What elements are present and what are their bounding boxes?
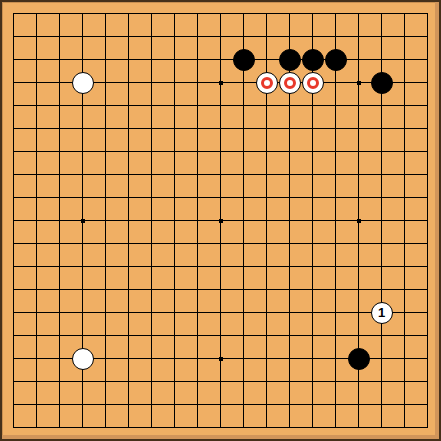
intersection [232, 186, 255, 209]
intersection [209, 2, 232, 25]
intersection [140, 232, 163, 255]
intersection [71, 163, 94, 186]
intersection [324, 163, 347, 186]
intersection [25, 140, 48, 163]
intersection [209, 186, 232, 209]
intersection [278, 186, 301, 209]
white-stone: 1 [371, 302, 393, 324]
intersection [324, 140, 347, 163]
intersection [278, 94, 301, 117]
white-stone [72, 348, 94, 370]
intersection [393, 232, 416, 255]
intersection [186, 232, 209, 255]
white-stone [256, 72, 278, 94]
intersection [278, 140, 301, 163]
intersection [209, 324, 232, 347]
intersection [393, 324, 416, 347]
intersection [186, 370, 209, 393]
intersection [140, 94, 163, 117]
intersection [232, 416, 255, 439]
circle-marker [307, 77, 319, 89]
intersection [209, 255, 232, 278]
intersection [255, 140, 278, 163]
intersection [301, 324, 324, 347]
intersection [232, 301, 255, 324]
intersection [393, 71, 416, 94]
intersection [347, 370, 370, 393]
intersection [209, 232, 232, 255]
star-point [357, 81, 361, 85]
intersection [324, 94, 347, 117]
intersection [186, 71, 209, 94]
intersection [25, 25, 48, 48]
intersection [232, 163, 255, 186]
intersection [393, 393, 416, 416]
intersection [94, 324, 117, 347]
intersection [301, 140, 324, 163]
intersection [140, 209, 163, 232]
intersection [48, 416, 71, 439]
intersection [278, 209, 301, 232]
intersection [71, 117, 94, 140]
intersection [278, 255, 301, 278]
black-stone [371, 72, 393, 94]
intersection [347, 2, 370, 25]
intersection [71, 94, 94, 117]
intersection [2, 48, 25, 71]
intersection [2, 94, 25, 117]
intersection [255, 2, 278, 25]
intersection [370, 232, 393, 255]
intersection [2, 347, 25, 370]
intersection [25, 370, 48, 393]
intersection [232, 278, 255, 301]
intersection [163, 416, 186, 439]
intersection [370, 186, 393, 209]
intersection [301, 347, 324, 370]
intersection [255, 94, 278, 117]
intersection [2, 301, 25, 324]
intersection [48, 301, 71, 324]
intersection [163, 94, 186, 117]
intersection [209, 416, 232, 439]
intersection [347, 255, 370, 278]
intersection [347, 416, 370, 439]
intersection [347, 117, 370, 140]
intersection [370, 324, 393, 347]
intersection [117, 232, 140, 255]
intersection [117, 255, 140, 278]
intersection [347, 393, 370, 416]
intersection [2, 25, 25, 48]
intersection [25, 186, 48, 209]
intersection [301, 25, 324, 48]
intersection [48, 209, 71, 232]
intersection [2, 71, 25, 94]
intersection [94, 2, 117, 25]
intersection [324, 255, 347, 278]
intersection [393, 163, 416, 186]
intersection [301, 416, 324, 439]
intersection [278, 393, 301, 416]
intersection [393, 416, 416, 439]
intersection [163, 163, 186, 186]
intersection [25, 71, 48, 94]
intersection [163, 324, 186, 347]
intersection [25, 163, 48, 186]
intersection [48, 71, 71, 94]
intersection [117, 278, 140, 301]
intersection [2, 324, 25, 347]
intersection [140, 71, 163, 94]
intersection [117, 94, 140, 117]
intersection [416, 255, 439, 278]
intersection [48, 370, 71, 393]
intersection [278, 25, 301, 48]
intersection [25, 2, 48, 25]
intersection [232, 393, 255, 416]
intersection [324, 324, 347, 347]
intersection [2, 255, 25, 278]
intersection [301, 2, 324, 25]
intersection [416, 94, 439, 117]
intersection [186, 48, 209, 71]
intersection [324, 393, 347, 416]
intersection [370, 25, 393, 48]
intersection [255, 278, 278, 301]
board-grid: 1 [2, 2, 439, 439]
intersection [2, 393, 25, 416]
intersection [48, 163, 71, 186]
intersection [416, 140, 439, 163]
intersection [324, 209, 347, 232]
intersection [255, 301, 278, 324]
intersection [186, 393, 209, 416]
intersection [25, 209, 48, 232]
intersection [25, 301, 48, 324]
intersection [232, 94, 255, 117]
star-point [357, 219, 361, 223]
circle-marker [261, 77, 273, 89]
star-point [219, 219, 223, 223]
intersection [416, 48, 439, 71]
black-stone [233, 49, 255, 71]
intersection [94, 209, 117, 232]
intersection [186, 347, 209, 370]
intersection [209, 48, 232, 71]
intersection [393, 140, 416, 163]
black-stone [279, 49, 301, 71]
intersection [186, 301, 209, 324]
intersection [278, 278, 301, 301]
intersection [393, 370, 416, 393]
intersection [2, 278, 25, 301]
intersection [416, 301, 439, 324]
intersection [324, 278, 347, 301]
star-point [219, 357, 223, 361]
intersection [71, 278, 94, 301]
intersection [393, 186, 416, 209]
intersection [71, 232, 94, 255]
intersection [140, 255, 163, 278]
intersection [163, 48, 186, 71]
intersection [416, 25, 439, 48]
intersection [48, 347, 71, 370]
intersection [278, 232, 301, 255]
intersection [232, 140, 255, 163]
intersection [94, 278, 117, 301]
intersection [255, 347, 278, 370]
intersection [209, 393, 232, 416]
intersection [48, 48, 71, 71]
intersection [370, 163, 393, 186]
intersection [163, 209, 186, 232]
intersection [255, 209, 278, 232]
intersection [117, 186, 140, 209]
intersection [48, 25, 71, 48]
intersection [186, 2, 209, 25]
intersection [140, 186, 163, 209]
intersection [2, 416, 25, 439]
intersection [48, 2, 71, 25]
intersection [140, 48, 163, 71]
intersection [301, 117, 324, 140]
intersection [416, 370, 439, 393]
star-point [219, 81, 223, 85]
intersection [117, 416, 140, 439]
intersection [117, 347, 140, 370]
intersection [393, 278, 416, 301]
intersection [324, 370, 347, 393]
intersection [117, 48, 140, 71]
intersection [163, 117, 186, 140]
intersection [94, 71, 117, 94]
intersection [117, 117, 140, 140]
intersection [370, 347, 393, 370]
intersection [370, 370, 393, 393]
intersection [370, 393, 393, 416]
intersection [163, 186, 186, 209]
intersection [140, 416, 163, 439]
intersection [209, 301, 232, 324]
intersection [25, 324, 48, 347]
intersection [2, 232, 25, 255]
intersection [232, 324, 255, 347]
white-stone [72, 72, 94, 94]
intersection [25, 255, 48, 278]
intersection [140, 278, 163, 301]
intersection [94, 140, 117, 163]
intersection [94, 255, 117, 278]
intersection [416, 324, 439, 347]
intersection [48, 117, 71, 140]
intersection [347, 94, 370, 117]
intersection [163, 370, 186, 393]
intersection [393, 209, 416, 232]
intersection [416, 71, 439, 94]
black-stone [325, 49, 347, 71]
intersection [25, 393, 48, 416]
intersection [278, 370, 301, 393]
intersection [324, 71, 347, 94]
intersection [71, 324, 94, 347]
intersection [140, 370, 163, 393]
intersection [416, 347, 439, 370]
intersection [324, 416, 347, 439]
intersection [163, 255, 186, 278]
white-stone [279, 72, 301, 94]
intersection [255, 324, 278, 347]
intersection [140, 140, 163, 163]
intersection [232, 370, 255, 393]
intersection [347, 301, 370, 324]
intersection [324, 232, 347, 255]
intersection [393, 25, 416, 48]
intersection [117, 2, 140, 25]
intersection [416, 278, 439, 301]
intersection [232, 71, 255, 94]
intersection [117, 301, 140, 324]
intersection [140, 2, 163, 25]
intersection [25, 94, 48, 117]
intersection [255, 186, 278, 209]
intersection [163, 2, 186, 25]
intersection [48, 278, 71, 301]
intersection [186, 140, 209, 163]
intersection [370, 2, 393, 25]
intersection [370, 255, 393, 278]
intersection [140, 25, 163, 48]
intersection [393, 347, 416, 370]
intersection [117, 209, 140, 232]
intersection [347, 232, 370, 255]
intersection [232, 25, 255, 48]
intersection [255, 255, 278, 278]
intersection [370, 94, 393, 117]
intersection [186, 117, 209, 140]
intersection [232, 2, 255, 25]
intersection [393, 255, 416, 278]
intersection [347, 48, 370, 71]
intersection [393, 94, 416, 117]
intersection [71, 2, 94, 25]
intersection [232, 232, 255, 255]
intersection [94, 347, 117, 370]
intersection [278, 324, 301, 347]
intersection [94, 25, 117, 48]
intersection [94, 163, 117, 186]
intersection [393, 48, 416, 71]
intersection [140, 347, 163, 370]
intersection [347, 324, 370, 347]
intersection [416, 209, 439, 232]
intersection [71, 416, 94, 439]
intersection [347, 278, 370, 301]
intersection [301, 232, 324, 255]
intersection [2, 370, 25, 393]
intersection [416, 186, 439, 209]
intersection [71, 370, 94, 393]
intersection [48, 94, 71, 117]
intersection [347, 25, 370, 48]
intersection [186, 278, 209, 301]
intersection [94, 186, 117, 209]
intersection [140, 117, 163, 140]
intersection [255, 163, 278, 186]
intersection [94, 48, 117, 71]
intersection [163, 278, 186, 301]
move-number-label: 1 [378, 306, 385, 319]
intersection [163, 232, 186, 255]
intersection [278, 416, 301, 439]
intersection [209, 140, 232, 163]
intersection [255, 25, 278, 48]
intersection [278, 2, 301, 25]
intersection [416, 416, 439, 439]
intersection [186, 25, 209, 48]
intersection [71, 25, 94, 48]
intersection [416, 163, 439, 186]
intersection [163, 301, 186, 324]
intersection [140, 163, 163, 186]
intersection [416, 117, 439, 140]
intersection [117, 163, 140, 186]
intersection [117, 25, 140, 48]
intersection [416, 393, 439, 416]
intersection [278, 117, 301, 140]
intersection [94, 301, 117, 324]
intersection [71, 186, 94, 209]
intersection [2, 2, 25, 25]
intersection [2, 117, 25, 140]
intersection [48, 232, 71, 255]
intersection [25, 48, 48, 71]
intersection [163, 347, 186, 370]
intersection [301, 186, 324, 209]
intersection [278, 301, 301, 324]
intersection [186, 186, 209, 209]
intersection [71, 255, 94, 278]
intersection [25, 347, 48, 370]
intersection [370, 416, 393, 439]
intersection [209, 25, 232, 48]
intersection [393, 2, 416, 25]
intersection [324, 186, 347, 209]
intersection [25, 232, 48, 255]
intersection [117, 71, 140, 94]
intersection [25, 416, 48, 439]
intersection [255, 117, 278, 140]
intersection [301, 301, 324, 324]
intersection [140, 393, 163, 416]
intersection [71, 140, 94, 163]
intersection [2, 186, 25, 209]
intersection [370, 278, 393, 301]
intersection [393, 117, 416, 140]
intersection [324, 347, 347, 370]
intersection [186, 94, 209, 117]
intersection [2, 163, 25, 186]
intersection [186, 324, 209, 347]
intersection [117, 140, 140, 163]
intersection [48, 255, 71, 278]
intersection [255, 370, 278, 393]
intersection [48, 140, 71, 163]
intersection [209, 278, 232, 301]
intersection [117, 324, 140, 347]
intersection [186, 163, 209, 186]
intersection [163, 140, 186, 163]
